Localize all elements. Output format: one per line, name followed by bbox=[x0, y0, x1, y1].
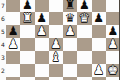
square-e3[interactable] bbox=[63, 51, 77, 64]
square-b6[interactable]: ♜ bbox=[20, 12, 34, 25]
square-d3[interactable]: ♝ bbox=[49, 51, 63, 64]
square-g5[interactable] bbox=[92, 25, 106, 38]
square-f5[interactable] bbox=[77, 25, 91, 38]
square-h1[interactable] bbox=[106, 77, 120, 80]
white-pawn-c5[interactable]: ♟ bbox=[35, 25, 49, 38]
square-a4[interactable]: ♟ bbox=[6, 38, 20, 51]
square-c1[interactable] bbox=[35, 77, 49, 80]
white-pawn-e5[interactable]: ♟ bbox=[63, 25, 77, 38]
square-c5[interactable]: ♟ bbox=[35, 25, 49, 38]
square-b4[interactable] bbox=[20, 38, 34, 51]
square-e4[interactable] bbox=[63, 38, 77, 51]
square-g4[interactable] bbox=[92, 38, 106, 51]
black-pawn-g6[interactable]: ♟ bbox=[92, 12, 106, 25]
chess-diagram: 765432 ♟♜♟♜♟♛♛♟♟♟♟♟♟♟♟♝♟♚ bbox=[0, 0, 120, 80]
board-right-border bbox=[119, 0, 120, 80]
rank-label-3: 3 bbox=[0, 54, 6, 61]
square-e5[interactable]: ♟ bbox=[63, 25, 77, 38]
square-h2[interactable]: ♚ bbox=[106, 64, 120, 77]
rank-label-4: 4 bbox=[0, 41, 6, 48]
square-f4[interactable] bbox=[77, 38, 91, 51]
rank-label-column: 765432 bbox=[0, 0, 6, 80]
square-f6[interactable]: ♛ bbox=[77, 12, 91, 25]
square-c3[interactable] bbox=[35, 51, 49, 64]
square-a3[interactable] bbox=[6, 51, 20, 64]
square-g1[interactable] bbox=[92, 77, 106, 80]
square-f2[interactable] bbox=[77, 64, 91, 77]
square-c4[interactable] bbox=[35, 38, 49, 51]
square-b5[interactable] bbox=[20, 25, 34, 38]
white-king-h2[interactable]: ♚ bbox=[106, 64, 120, 77]
square-a7[interactable] bbox=[6, 0, 20, 12]
square-a1[interactable] bbox=[6, 77, 20, 80]
square-a2[interactable] bbox=[6, 64, 20, 77]
square-d1[interactable] bbox=[49, 77, 63, 80]
white-pawn-g2[interactable]: ♟ bbox=[92, 64, 106, 77]
square-b2[interactable] bbox=[20, 64, 34, 77]
square-e2[interactable] bbox=[63, 64, 77, 77]
square-g2[interactable]: ♟ bbox=[92, 64, 106, 77]
rank-label-2: 2 bbox=[0, 67, 6, 74]
white-pawn-a4[interactable]: ♟ bbox=[6, 38, 20, 51]
white-queen-f6[interactable]: ♛ bbox=[77, 12, 91, 25]
square-h4[interactable]: ♟ bbox=[106, 38, 120, 51]
square-b3[interactable] bbox=[20, 51, 34, 64]
square-f1[interactable] bbox=[77, 77, 91, 80]
square-e1[interactable] bbox=[63, 77, 77, 80]
rank-label-7: 7 bbox=[0, 2, 6, 9]
square-d7[interactable] bbox=[49, 0, 63, 12]
square-h7[interactable] bbox=[106, 0, 120, 12]
square-d6[interactable] bbox=[49, 12, 63, 25]
square-d2[interactable] bbox=[49, 64, 63, 77]
white-pawn-h4[interactable]: ♟ bbox=[106, 38, 120, 51]
rank-label-6: 6 bbox=[0, 15, 6, 22]
square-f3[interactable] bbox=[77, 51, 91, 64]
rank-label-5: 5 bbox=[0, 28, 6, 35]
chess-board: ♟♜♟♜♟♛♛♟♟♟♟♟♟♟♟♝♟♚ bbox=[6, 0, 120, 80]
square-g6[interactable]: ♟ bbox=[92, 12, 106, 25]
square-c2[interactable] bbox=[35, 64, 49, 77]
square-b1[interactable] bbox=[20, 77, 34, 80]
white-rook-b6[interactable]: ♜ bbox=[20, 12, 34, 25]
white-bishop-d3[interactable]: ♝ bbox=[49, 51, 63, 64]
